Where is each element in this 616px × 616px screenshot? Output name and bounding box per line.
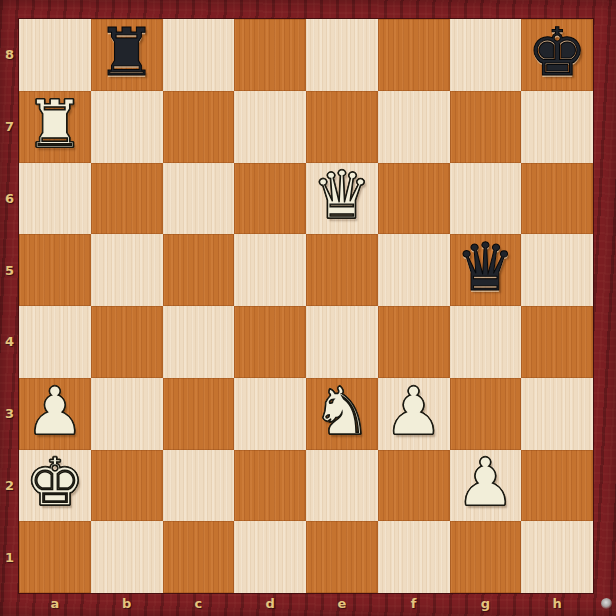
square-e5[interactable] bbox=[306, 234, 378, 306]
square-f8[interactable] bbox=[378, 19, 450, 91]
square-b6[interactable] bbox=[91, 163, 163, 235]
square-a4[interactable] bbox=[19, 306, 91, 378]
rank-labels: 87654321 bbox=[0, 19, 19, 593]
file-label-a: a bbox=[19, 593, 91, 616]
square-g8[interactable] bbox=[450, 19, 522, 91]
square-e4[interactable] bbox=[306, 306, 378, 378]
square-g1[interactable] bbox=[450, 521, 522, 593]
square-f6[interactable] bbox=[378, 163, 450, 235]
board: ♜♚♜♛♛♟♞♟♚♟ bbox=[19, 19, 593, 593]
square-c1[interactable] bbox=[163, 521, 235, 593]
square-c5[interactable] bbox=[163, 234, 235, 306]
square-g5[interactable]: ♛ bbox=[450, 234, 522, 306]
square-f4[interactable] bbox=[378, 306, 450, 378]
black-king-h8: ♚ bbox=[528, 20, 587, 86]
square-e3[interactable]: ♞ bbox=[306, 378, 378, 450]
square-h1[interactable] bbox=[521, 521, 593, 593]
rank-label-4: 4 bbox=[0, 306, 19, 378]
square-c8[interactable] bbox=[163, 19, 235, 91]
board-frame: 87654321 ♜♚♜♛♛♟♞♟♚♟ abcdefgh bbox=[0, 0, 616, 616]
black-rook-b8: ♜ bbox=[97, 20, 156, 86]
square-a3[interactable]: ♟ bbox=[19, 378, 91, 450]
square-h4[interactable] bbox=[521, 306, 593, 378]
square-a6[interactable] bbox=[19, 163, 91, 235]
square-d5[interactable] bbox=[234, 234, 306, 306]
rank-label-7: 7 bbox=[0, 91, 19, 163]
square-e7[interactable] bbox=[306, 91, 378, 163]
square-c6[interactable] bbox=[163, 163, 235, 235]
square-b7[interactable] bbox=[91, 91, 163, 163]
file-label-f: f bbox=[378, 593, 450, 616]
file-label-g: g bbox=[450, 593, 522, 616]
square-g4[interactable] bbox=[450, 306, 522, 378]
square-e1[interactable] bbox=[306, 521, 378, 593]
file-label-c: c bbox=[163, 593, 235, 616]
square-b2[interactable] bbox=[91, 450, 163, 522]
square-c7[interactable] bbox=[163, 91, 235, 163]
rank-label-1: 1 bbox=[0, 521, 19, 593]
square-a7[interactable]: ♜ bbox=[19, 91, 91, 163]
square-c3[interactable] bbox=[163, 378, 235, 450]
rank-label-5: 5 bbox=[0, 234, 19, 306]
square-e2[interactable] bbox=[306, 450, 378, 522]
square-a5[interactable] bbox=[19, 234, 91, 306]
corner-dot-decoration bbox=[601, 598, 612, 609]
square-d2[interactable] bbox=[234, 450, 306, 522]
square-d8[interactable] bbox=[234, 19, 306, 91]
square-g6[interactable] bbox=[450, 163, 522, 235]
square-h6[interactable] bbox=[521, 163, 593, 235]
square-e6[interactable]: ♛ bbox=[306, 163, 378, 235]
white-rook-a7: ♜ bbox=[25, 92, 84, 158]
file-label-e: e bbox=[306, 593, 378, 616]
square-h3[interactable] bbox=[521, 378, 593, 450]
square-f1[interactable] bbox=[378, 521, 450, 593]
file-label-b: b bbox=[91, 593, 163, 616]
square-b4[interactable] bbox=[91, 306, 163, 378]
square-d1[interactable] bbox=[234, 521, 306, 593]
file-labels: abcdefgh bbox=[19, 593, 593, 616]
white-pawn-g2: ♟ bbox=[456, 450, 515, 516]
white-pawn-a3: ♟ bbox=[25, 379, 84, 445]
square-a8[interactable] bbox=[19, 19, 91, 91]
rank-label-3: 3 bbox=[0, 378, 19, 450]
square-b3[interactable] bbox=[91, 378, 163, 450]
square-d4[interactable] bbox=[234, 306, 306, 378]
square-h7[interactable] bbox=[521, 91, 593, 163]
white-queen-e6: ♛ bbox=[312, 163, 371, 229]
square-g3[interactable] bbox=[450, 378, 522, 450]
file-label-d: d bbox=[234, 593, 306, 616]
white-king-a2: ♚ bbox=[25, 450, 84, 516]
square-g7[interactable] bbox=[450, 91, 522, 163]
square-h8[interactable]: ♚ bbox=[521, 19, 593, 91]
square-d3[interactable] bbox=[234, 378, 306, 450]
file-label-h: h bbox=[521, 593, 593, 616]
square-d6[interactable] bbox=[234, 163, 306, 235]
rank-label-8: 8 bbox=[0, 19, 19, 91]
square-b5[interactable] bbox=[91, 234, 163, 306]
square-g2[interactable]: ♟ bbox=[450, 450, 522, 522]
rank-label-6: 6 bbox=[0, 163, 19, 235]
square-f2[interactable] bbox=[378, 450, 450, 522]
square-b8[interactable]: ♜ bbox=[91, 19, 163, 91]
square-f3[interactable]: ♟ bbox=[378, 378, 450, 450]
square-a2[interactable]: ♚ bbox=[19, 450, 91, 522]
square-a1[interactable] bbox=[19, 521, 91, 593]
white-knight-e3: ♞ bbox=[312, 379, 371, 445]
square-h2[interactable] bbox=[521, 450, 593, 522]
black-queen-g5: ♛ bbox=[456, 235, 515, 301]
square-e8[interactable] bbox=[306, 19, 378, 91]
square-f7[interactable] bbox=[378, 91, 450, 163]
square-c4[interactable] bbox=[163, 306, 235, 378]
square-f5[interactable] bbox=[378, 234, 450, 306]
square-b1[interactable] bbox=[91, 521, 163, 593]
white-pawn-f3: ♟ bbox=[384, 379, 443, 445]
square-h5[interactable] bbox=[521, 234, 593, 306]
square-d7[interactable] bbox=[234, 91, 306, 163]
square-c2[interactable] bbox=[163, 450, 235, 522]
rank-label-2: 2 bbox=[0, 450, 19, 522]
